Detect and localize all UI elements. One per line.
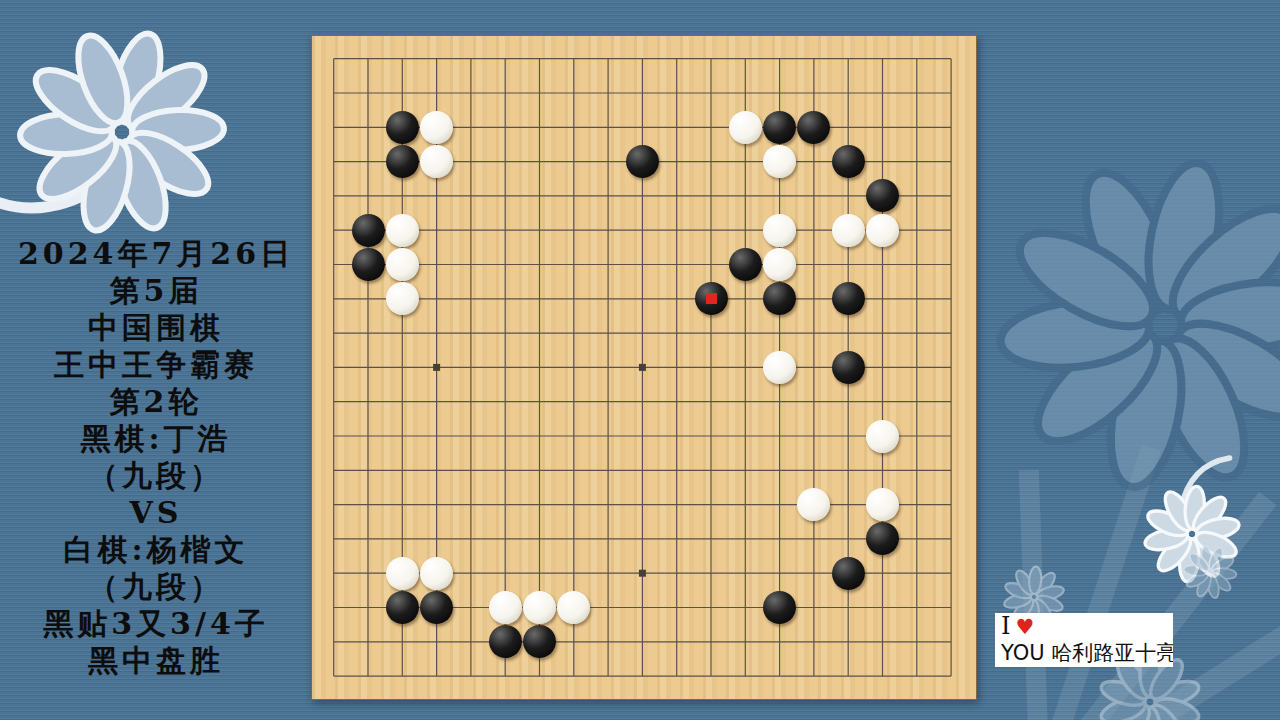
white-stone [386, 557, 419, 590]
white-stone [523, 591, 556, 624]
black-stone [832, 282, 865, 315]
black-stone [729, 248, 762, 281]
black-stone [489, 625, 522, 658]
caption-round: 第2轮 [0, 383, 312, 420]
white-stone [386, 282, 419, 315]
tournament-caption: 2024年7月26日 第5届 中国围棋 王中王争霸赛 第2轮 黑棋:丁浩 （九段… [0, 235, 312, 679]
watermark-i: I [1001, 613, 1010, 640]
black-stone [797, 111, 830, 144]
white-stone [489, 591, 522, 624]
last-move-marker [706, 293, 717, 304]
black-stone [763, 591, 796, 624]
white-stone [866, 214, 899, 247]
star-point [639, 570, 646, 577]
black-stone [386, 145, 419, 178]
white-stone [763, 145, 796, 178]
white-stone [729, 111, 762, 144]
white-stone [420, 145, 453, 178]
black-stone [386, 591, 419, 624]
white-stone [866, 488, 899, 521]
star-point [433, 364, 440, 371]
caption-event-2: 王中王争霸赛 [0, 346, 312, 383]
caption-komi: 黑贴3又3/4子 [0, 605, 312, 642]
page: 2024年7月26日 第5届 中国围棋 王中王争霸赛 第2轮 黑棋:丁浩 （九段… [0, 0, 1280, 720]
star-point [639, 364, 646, 371]
caption-vs: VS [0, 494, 312, 531]
caption-white-player: 白棋:杨楷文 [0, 531, 312, 568]
watermark-text: YOU 哈利路亚十亮 [1001, 641, 1167, 666]
white-stone [420, 111, 453, 144]
black-stone [420, 591, 453, 624]
caption-white-rank: （九段） [0, 568, 312, 605]
white-stone [763, 351, 796, 384]
caption-edition: 第5届 [0, 272, 312, 309]
black-stone [832, 351, 865, 384]
black-stone [352, 248, 385, 281]
caption-event-1: 中国围棋 [0, 309, 312, 346]
white-stone [763, 248, 796, 281]
black-stone [626, 145, 659, 178]
caption-result: 黑中盘胜 [0, 642, 312, 679]
black-stone [832, 557, 865, 590]
white-stone [832, 214, 865, 247]
flower-ornament-right [945, 106, 1280, 544]
go-board [311, 35, 977, 700]
flower-ornament-topleft [0, 0, 249, 258]
black-stone [695, 282, 728, 315]
black-stone [386, 111, 419, 144]
white-stone [386, 248, 419, 281]
caption-date: 2024年7月26日 [0, 235, 312, 272]
white-stone [420, 557, 453, 590]
white-stone [763, 214, 796, 247]
white-stone [386, 214, 419, 247]
heart-icon: ♥ [1016, 615, 1035, 639]
white-stone [866, 420, 899, 453]
caption-black-player: 黑棋:丁浩 [0, 420, 312, 457]
black-stone [763, 111, 796, 144]
watermark: I ♥ YOU 哈利路亚十亮 [995, 613, 1173, 667]
black-stone [352, 214, 385, 247]
black-stone [832, 145, 865, 178]
caption-black-rank: （九段） [0, 457, 312, 494]
